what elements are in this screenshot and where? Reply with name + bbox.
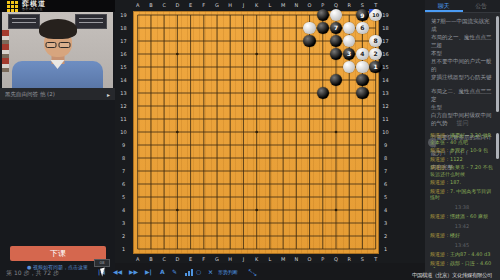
board-coordinate: 14 [381, 76, 390, 84]
board-coordinate: 12 [381, 102, 390, 110]
logo-subtitle: 围棋教育人生 [22, 8, 46, 11]
chat-message-list[interactable]: 频道游：满票好 - 3.20 做R 全本张 - 40 点吧频道游：参观君 - 1… [430, 132, 494, 268]
nav-prev-button[interactable]: ◀◀ [113, 267, 122, 277]
go-stone-black [317, 87, 329, 99]
chat-text: 参观君 - 10-9 包 [450, 147, 488, 153]
board-coordinate: D [173, 1, 182, 9]
board-coordinate: 5 [119, 193, 128, 201]
board-coordinate: Q [332, 1, 341, 9]
go-stone-black [317, 22, 329, 34]
board-coordinate: E [186, 255, 195, 263]
board-coordinate: N [292, 1, 301, 9]
board-coordinate: D [173, 255, 182, 263]
board-coordinate: 10 [119, 128, 128, 136]
mouse-cursor [100, 267, 107, 276]
board-coordinate: Q [332, 255, 341, 263]
lesson-caption: 黑先自由问答 他 (2) [5, 91, 107, 98]
board-coordinate: P [318, 255, 327, 263]
wall-frame-right [76, 15, 106, 28]
tab-chat[interactable]: 聊天 [425, 0, 463, 12]
nav-next-button[interactable]: ▶▶ [129, 267, 138, 277]
go-stone-black [356, 74, 368, 86]
go-stone-white: 2 [369, 48, 381, 60]
board-coordinate: P [318, 1, 327, 9]
ask-question-button[interactable]: 提问 [425, 119, 500, 128]
board-coordinate: 3 [381, 219, 390, 227]
sidebar: 弈棋道 围棋教育人生 黑先自由问答 他 (2) ▸ 下课 ● 视频如有问题，点击… [0, 0, 115, 280]
announcement-line: 布局的之一、魔性点点三三超 [431, 33, 493, 49]
chat-sender: 频道游： [430, 251, 450, 257]
board-coordinate: O [305, 1, 314, 9]
go-stone-white: 8 [369, 35, 381, 47]
logo-icon [7, 1, 18, 12]
board-coordinate: B [146, 1, 155, 9]
go-stone-white: 6 [356, 22, 368, 34]
go-lesson-app: 弈棋道 围棋教育人生 黑先自由问答 他 (2) ▸ 下课 ● 视频如有问题，点击… [0, 0, 500, 280]
chat-sender: 频道游： [430, 188, 450, 194]
circle-tool-icon[interactable]: ○ [196, 267, 201, 277]
pencil-tool-icon[interactable]: ✎ [172, 267, 177, 277]
board-coordinate: 17 [119, 37, 128, 45]
chat-message: 频道游：187. [430, 179, 494, 186]
board-coordinate: M [279, 1, 288, 9]
board-coordinate: 18 [381, 24, 390, 32]
bottom-toolbar: 08 |◀ ◀◀ ▶▶ ▶| A ✎ ○ × 形势判断 ↖↘ [0, 263, 425, 280]
board-coordinate: 14 [119, 76, 128, 84]
chat-sender: 频道游： [430, 232, 450, 238]
board-coordinate: L [265, 1, 274, 9]
board-coordinate: T [371, 255, 380, 263]
caption-arrow-icon[interactable]: ▸ [107, 91, 110, 98]
close-tool-icon[interactable]: × [208, 267, 213, 277]
chat-text: 楼好 [450, 232, 460, 238]
board-coordinate: R [345, 1, 354, 9]
board-coordinate: J [239, 1, 248, 9]
board-coordinate: 17 [381, 37, 390, 45]
announcement-line: 生型 [431, 103, 493, 111]
wall-frame-left [9, 15, 39, 28]
end-class-button[interactable]: 下课 [10, 246, 106, 261]
teacher-glasses [45, 41, 70, 48]
nav-last-button[interactable]: ▶| [145, 267, 152, 277]
copyright-watermark: 中国棋道（北京）文化传媒有限公司 [412, 272, 500, 279]
board-coordinate: L [265, 255, 274, 263]
tab-announcement[interactable]: 公告 [463, 0, 500, 12]
score-chart-icon[interactable] [185, 269, 193, 276]
chat-message: 频道游：楼好 [430, 232, 494, 239]
right-panel: 聊天 公告 第7期——中国流实战完成布局的之一、魔性点点三三超本型且不要中中间的… [425, 0, 500, 280]
bookshelf [2, 30, 9, 72]
board-coordinate: N [292, 255, 301, 263]
board-coordinate: J [239, 255, 248, 263]
board-coordinate: 12 [119, 102, 128, 110]
board-coordinate: O [305, 255, 314, 263]
go-stone-black [356, 87, 368, 99]
chat-text: 1122 [450, 156, 463, 162]
board-coordinate: 2 [381, 232, 390, 240]
board-coordinate: C [160, 255, 169, 263]
board-coordinate: 9 [381, 141, 390, 149]
board-coordinate: G [213, 255, 222, 263]
board-coordinate: 19 [119, 11, 128, 19]
board-coordinate: 10 [381, 128, 390, 136]
board-coordinate: 5 [381, 193, 390, 201]
announcement-line: 且不要中中间的户式一般的 [431, 57, 493, 73]
teacher-webcam-video[interactable] [2, 12, 113, 88]
go-stone-white [356, 61, 368, 73]
board-area: 9731106842 AABBCCDDEEFFGGHHJJKKLLMMNNOOP… [115, 0, 425, 263]
go-stone-white [303, 22, 315, 34]
chat-message: 频道游：7. 中国高考节目训练时 [430, 188, 494, 201]
announcement-line: 布局之二、魔性点点三三定 [431, 87, 493, 103]
board-coordinate: 6 [381, 180, 390, 188]
board-coordinate: 13 [381, 89, 390, 97]
board-coordinate: K [252, 1, 261, 9]
board-coordinate: S [358, 255, 367, 263]
board-coordinate: 13 [119, 89, 128, 97]
go-stone-black: 9 [356, 9, 368, 21]
board-coordinate: S [358, 1, 367, 9]
board-coordinate: 2 [119, 232, 128, 240]
chat-sender: 频道游： [430, 213, 450, 219]
board-coordinate: 15 [381, 63, 390, 71]
board-coordinate: B [146, 255, 155, 263]
chat-timestamp: 13:45 [430, 242, 494, 249]
lesson-caption-bar[interactable]: 黑先自由问答 他 (2) ▸ [0, 88, 115, 100]
chat-sender: 频道游： [430, 164, 450, 170]
announcement-line: 本型 [431, 49, 493, 57]
letter-tool-button[interactable]: A [160, 267, 165, 277]
chat-sender: 频道游： [430, 156, 450, 162]
board-coordinate: F [199, 1, 208, 9]
chat-text: 王内87 - 4.40 d3 [450, 251, 490, 257]
chat-sender: 频道游： [430, 179, 450, 185]
go-stone-black: 1 [369, 61, 381, 73]
board-coordinate: 16 [381, 50, 390, 58]
board-coordinate: 7 [119, 167, 128, 175]
board-coordinate: 1 [381, 245, 390, 253]
board-coordinate: 18 [119, 24, 128, 32]
judge-button[interactable]: 形势判断 [218, 267, 238, 277]
chat-text: 愣娃温 - 60 麻烦 [450, 213, 488, 219]
chat-message: 频道游：王内87 - 4.40 d3 [430, 251, 494, 258]
board-coordinate: 19 [381, 11, 390, 19]
logo-bar: 弈棋道 围棋教育人生 [0, 0, 115, 12]
chat-sender: 频道游： [430, 147, 450, 153]
announcement-line: 穿插注线器型巧心防关键 [431, 73, 493, 81]
announcement-scrollbar[interactable] [496, 16, 499, 112]
chat-timestamp: 13:38 [430, 204, 494, 211]
board-coordinate: T [371, 1, 380, 9]
board-coordinate: 15 [119, 63, 128, 71]
last-move-marker-icon [369, 9, 374, 14]
chat-message: 频道游：满票好 - 3.20 做R 全本张 - 40 点吧 [430, 132, 494, 145]
board-coordinate: 7 [381, 167, 390, 175]
board-coordinate: 4 [119, 206, 128, 214]
chat-message: 频道游：愣娃温 - 60 麻烦 [430, 213, 494, 220]
board-coordinate: 9 [119, 141, 128, 149]
go-stone-white: 10 [369, 9, 381, 21]
board-coordinate: 8 [381, 154, 390, 162]
go-board[interactable]: 9731106842 [133, 11, 379, 254]
go-stone-black [317, 9, 329, 21]
board-coordinate: 8 [119, 154, 128, 162]
board-coordinate: E [186, 1, 195, 9]
board-coordinate: A [133, 255, 142, 263]
board-coordinate: 11 [381, 115, 390, 123]
board-coordinate: C [160, 1, 169, 9]
board-coordinate: 3 [119, 219, 128, 227]
shortcut-tooltip: 08 [94, 259, 110, 267]
board-coordinate: G [213, 1, 222, 9]
chat-timestamp: 13:42 [430, 223, 494, 230]
panel-tabs: 聊天 公告 [425, 0, 500, 13]
chat-message: 频道游：参观君 - 10-9 包 [430, 147, 494, 154]
chat-scrollbar[interactable] [496, 133, 499, 159]
board-coordinate: 16 [119, 50, 128, 58]
go-stone-black [303, 35, 315, 47]
teacher-hair [39, 19, 77, 39]
announcement-line: 白方自型中间村级双中间 [431, 111, 493, 119]
board-coordinate: 6 [119, 180, 128, 188]
board-coordinate: F [199, 255, 208, 263]
board-coordinate: H [226, 255, 235, 263]
chat-sender: 频道游： [430, 260, 450, 266]
board-coordinate: K [252, 255, 261, 263]
board-coordinate: R [345, 255, 354, 263]
board-coordinate: 1 [119, 245, 128, 253]
board-coordinate: H [226, 1, 235, 9]
chat-message: 频道游：1122 [430, 156, 494, 163]
announcement-line: 第7期——中国流实战完成 [431, 17, 493, 33]
chat-message: 频道游：白菜市 - 7.20 不包装运还什么时候 [430, 164, 494, 177]
board-coordinate: 4 [381, 206, 390, 214]
board-coordinate: 11 [119, 115, 128, 123]
board-coordinate: M [279, 255, 288, 263]
chat-text: 187. [450, 179, 461, 185]
chat-sender: 频道游： [430, 132, 450, 138]
go-stone-white: 4 [356, 48, 368, 60]
chat-message: 频道游：战部 - 口连 - 4.60 a1 [430, 260, 494, 269]
board-coordinate: A [133, 1, 142, 9]
fullscreen-icon[interactable]: ↖↘ [248, 268, 257, 277]
